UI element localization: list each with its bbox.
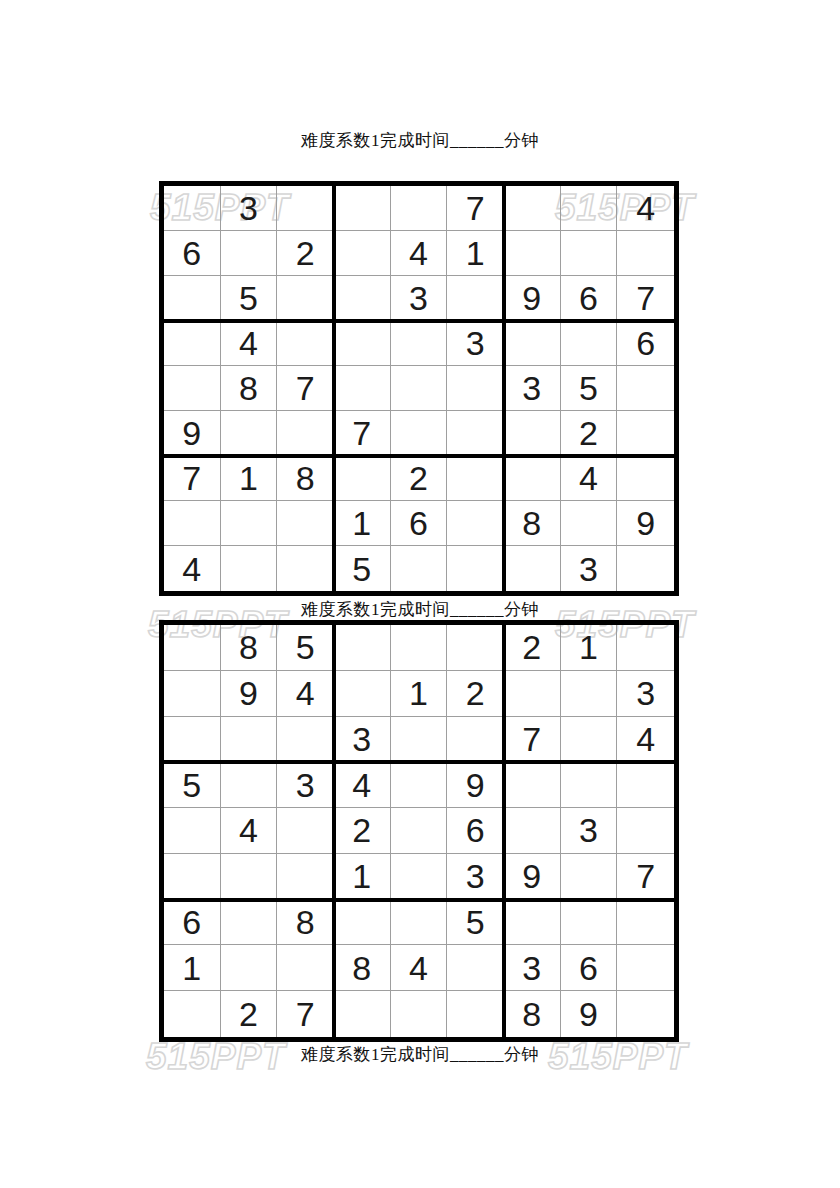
cell-r7c2: 1: [221, 456, 278, 501]
cell-r8c3: [277, 501, 334, 546]
cell-r6c8: [561, 854, 618, 900]
box-line-vertical: [502, 186, 506, 591]
cell-r2c4: [334, 671, 391, 717]
cell-r8c9: 9: [617, 501, 674, 546]
cell-r8c5: 4: [391, 945, 448, 991]
cell-r6c2: [221, 854, 278, 900]
cell-r4c4: [334, 321, 391, 366]
footer-title: 难度系数1完成时间______分钟: [0, 1043, 840, 1066]
cell-r1c7: 2: [504, 625, 561, 671]
cell-r7c1: 7: [164, 456, 221, 501]
cell-r6c3: [277, 854, 334, 900]
sudoku-grid-1-cells: 3746241539674368735972718241689453: [164, 186, 674, 591]
cell-r7c6: 5: [447, 900, 504, 946]
cell-r3c5: 3: [391, 276, 448, 321]
cell-r4c4: 4: [334, 762, 391, 808]
cell-r4c1: [164, 321, 221, 366]
cell-r3c8: 6: [561, 276, 618, 321]
cell-r7c3: 8: [277, 456, 334, 501]
cell-r3c5: [391, 717, 448, 763]
cell-r1c6: [447, 625, 504, 671]
cell-r9c2: 2: [221, 991, 278, 1037]
box-line-vertical: [332, 625, 336, 1037]
cell-r3c7: 7: [504, 717, 561, 763]
cell-r3c1: [164, 276, 221, 321]
cell-r9c8: 9: [561, 991, 618, 1037]
cell-r4c2: [221, 762, 278, 808]
cell-r8c6: [447, 501, 504, 546]
cell-r6c6: [447, 411, 504, 456]
cell-r1c5: [391, 625, 448, 671]
cell-r5c3: 7: [277, 366, 334, 411]
cell-r8c3: [277, 945, 334, 991]
cell-r8c1: [164, 501, 221, 546]
cell-r7c5: [391, 900, 448, 946]
cell-r2c3: 4: [277, 671, 334, 717]
cell-r3c6: [447, 717, 504, 763]
cell-r3c3: [277, 717, 334, 763]
cell-r2c3: 2: [277, 231, 334, 276]
cell-r6c2: [221, 411, 278, 456]
cell-r6c4: 7: [334, 411, 391, 456]
cell-r3c3: [277, 276, 334, 321]
puzzle-2-title: 难度系数1完成时间______分钟: [0, 598, 840, 621]
cell-r7c3: 8: [277, 900, 334, 946]
cell-r1c4: [334, 186, 391, 231]
cell-r9c6: [447, 991, 504, 1037]
cell-r3c4: [334, 276, 391, 321]
cell-r9c4: [334, 991, 391, 1037]
cell-r2c6: 2: [447, 671, 504, 717]
cell-r5c9: [617, 808, 674, 854]
cell-r8c9: [617, 945, 674, 991]
cell-r5c8: 3: [561, 808, 618, 854]
cell-r6c5: [391, 854, 448, 900]
cell-r7c4: [334, 456, 391, 501]
cell-r4c3: 3: [277, 762, 334, 808]
cell-r2c8: [561, 671, 618, 717]
cell-r1c7: [504, 186, 561, 231]
cell-r9c2: [221, 546, 278, 591]
cell-r8c5: 6: [391, 501, 448, 546]
cell-r6c1: [164, 854, 221, 900]
cell-r1c9: 4: [617, 186, 674, 231]
cell-r5c7: [504, 808, 561, 854]
box-line-horizontal: [164, 898, 674, 902]
cell-r9c8: 3: [561, 546, 618, 591]
cell-r2c1: 6: [164, 231, 221, 276]
box-line-vertical: [502, 625, 506, 1037]
cell-r5c4: 2: [334, 808, 391, 854]
cell-r9c6: [447, 546, 504, 591]
cell-r4c9: 6: [617, 321, 674, 366]
cell-r5c3: [277, 808, 334, 854]
cell-r1c3: 5: [277, 625, 334, 671]
cell-r9c3: [277, 546, 334, 591]
cell-r8c8: [561, 501, 618, 546]
cell-r5c5: [391, 366, 448, 411]
cell-r2c5: 4: [391, 231, 448, 276]
cell-r6c8: 2: [561, 411, 618, 456]
cell-r1c6: 7: [447, 186, 504, 231]
cell-r8c7: 3: [504, 945, 561, 991]
cell-r1c2: 8: [221, 625, 278, 671]
cell-r1c3: [277, 186, 334, 231]
cell-r1c1: [164, 625, 221, 671]
cell-r4c7: [504, 762, 561, 808]
cell-r7c9: [617, 456, 674, 501]
cell-r8c8: 6: [561, 945, 618, 991]
cell-r7c8: 4: [561, 456, 618, 501]
cell-r4c8: [561, 321, 618, 366]
cell-r5c8: 5: [561, 366, 618, 411]
cell-r9c9: [617, 546, 674, 591]
cell-r9c7: 8: [504, 991, 561, 1037]
cell-r5c7: 3: [504, 366, 561, 411]
cell-r2c8: [561, 231, 618, 276]
cell-r8c7: 8: [504, 501, 561, 546]
cell-r9c7: [504, 546, 561, 591]
cell-r2c4: [334, 231, 391, 276]
cell-r9c5: [391, 991, 448, 1037]
cell-r1c8: [561, 186, 618, 231]
cell-r6c1: 9: [164, 411, 221, 456]
cell-r2c7: [504, 231, 561, 276]
box-line-vertical: [332, 186, 336, 591]
cell-r2c1: [164, 671, 221, 717]
cell-r2c7: [504, 671, 561, 717]
cell-r9c4: 5: [334, 546, 391, 591]
sudoku-grid-1: 3746241539674368735972718241689453: [159, 181, 679, 596]
cell-r5c9: [617, 366, 674, 411]
cell-r1c4: [334, 625, 391, 671]
cell-r2c9: 3: [617, 671, 674, 717]
cell-r4c1: 5: [164, 762, 221, 808]
cell-r8c2: [221, 501, 278, 546]
sudoku-grid-2-cells: 852194123374534942631397685184362789: [164, 625, 674, 1037]
cell-r4c8: [561, 762, 618, 808]
cell-r6c3: [277, 411, 334, 456]
cell-r2c2: 9: [221, 671, 278, 717]
cell-r6c7: 9: [504, 854, 561, 900]
cell-r6c6: 3: [447, 854, 504, 900]
cell-r9c1: [164, 991, 221, 1037]
puzzle-1-title: 难度系数1完成时间______分钟: [0, 129, 840, 152]
cell-r5c6: [447, 366, 504, 411]
cell-r7c7: [504, 900, 561, 946]
cell-r3c2: 5: [221, 276, 278, 321]
cell-r7c4: [334, 900, 391, 946]
cell-r5c4: [334, 366, 391, 411]
cell-r9c3: 7: [277, 991, 334, 1037]
cell-r7c8: [561, 900, 618, 946]
cell-r4c2: 4: [221, 321, 278, 366]
sudoku-worksheet-page: 515PPT 515PPT 515PPT 515PPT 515PPT 515PP…: [0, 0, 840, 1188]
cell-r7c2: [221, 900, 278, 946]
cell-r4c5: [391, 321, 448, 366]
cell-r8c1: 1: [164, 945, 221, 991]
cell-r8c4: 8: [334, 945, 391, 991]
cell-r4c3: [277, 321, 334, 366]
cell-r8c4: 1: [334, 501, 391, 546]
cell-r4c6: 3: [447, 321, 504, 366]
cell-r9c1: 4: [164, 546, 221, 591]
box-line-horizontal: [164, 760, 674, 764]
cell-r3c4: 3: [334, 717, 391, 763]
cell-r8c2: [221, 945, 278, 991]
box-line-horizontal: [164, 319, 674, 323]
cell-r3c9: 7: [617, 276, 674, 321]
cell-r7c5: 2: [391, 456, 448, 501]
cell-r6c7: [504, 411, 561, 456]
sudoku-grid-2: 852194123374534942631397685184362789: [159, 620, 679, 1042]
cell-r2c6: 1: [447, 231, 504, 276]
cell-r4c7: [504, 321, 561, 366]
cell-r9c5: [391, 546, 448, 591]
cell-r7c6: [447, 456, 504, 501]
cell-r6c4: 1: [334, 854, 391, 900]
cell-r6c9: [617, 411, 674, 456]
cell-r8c6: [447, 945, 504, 991]
cell-r3c9: 4: [617, 717, 674, 763]
cell-r5c1: [164, 366, 221, 411]
cell-r3c7: 9: [504, 276, 561, 321]
cell-r7c1: 6: [164, 900, 221, 946]
cell-r3c6: [447, 276, 504, 321]
cell-r7c7: [504, 456, 561, 501]
box-line-horizontal: [164, 454, 674, 458]
cell-r2c2: [221, 231, 278, 276]
cell-r4c9: [617, 762, 674, 808]
cell-r2c5: 1: [391, 671, 448, 717]
cell-r5c5: [391, 808, 448, 854]
cell-r6c9: 7: [617, 854, 674, 900]
cell-r5c6: 6: [447, 808, 504, 854]
cell-r5c2: 8: [221, 366, 278, 411]
cell-r1c5: [391, 186, 448, 231]
cell-r2c9: [617, 231, 674, 276]
cell-r5c2: 4: [221, 808, 278, 854]
cell-r1c1: [164, 186, 221, 231]
cell-r1c2: 3: [221, 186, 278, 231]
cell-r3c1: [164, 717, 221, 763]
cell-r3c8: [561, 717, 618, 763]
cell-r4c5: [391, 762, 448, 808]
cell-r7c9: [617, 900, 674, 946]
cell-r6c5: [391, 411, 448, 456]
cell-r3c2: [221, 717, 278, 763]
cell-r1c9: [617, 625, 674, 671]
cell-r1c8: 1: [561, 625, 618, 671]
cell-r5c1: [164, 808, 221, 854]
cell-r4c6: 9: [447, 762, 504, 808]
cell-r9c9: [617, 991, 674, 1037]
